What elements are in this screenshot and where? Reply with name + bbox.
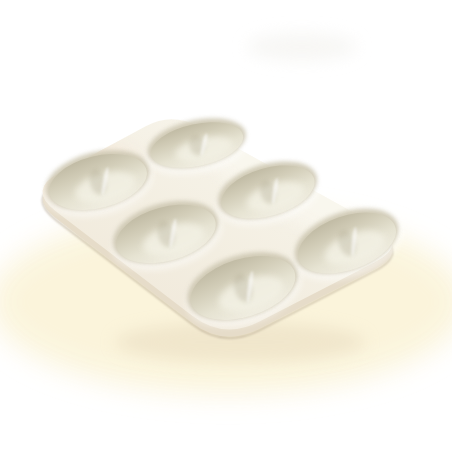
muffin-tray-photo xyxy=(0,0,452,452)
product-photo-canvas: A cream-white flexible silicone baking t… xyxy=(0,0,452,452)
background-smudge xyxy=(247,33,357,61)
